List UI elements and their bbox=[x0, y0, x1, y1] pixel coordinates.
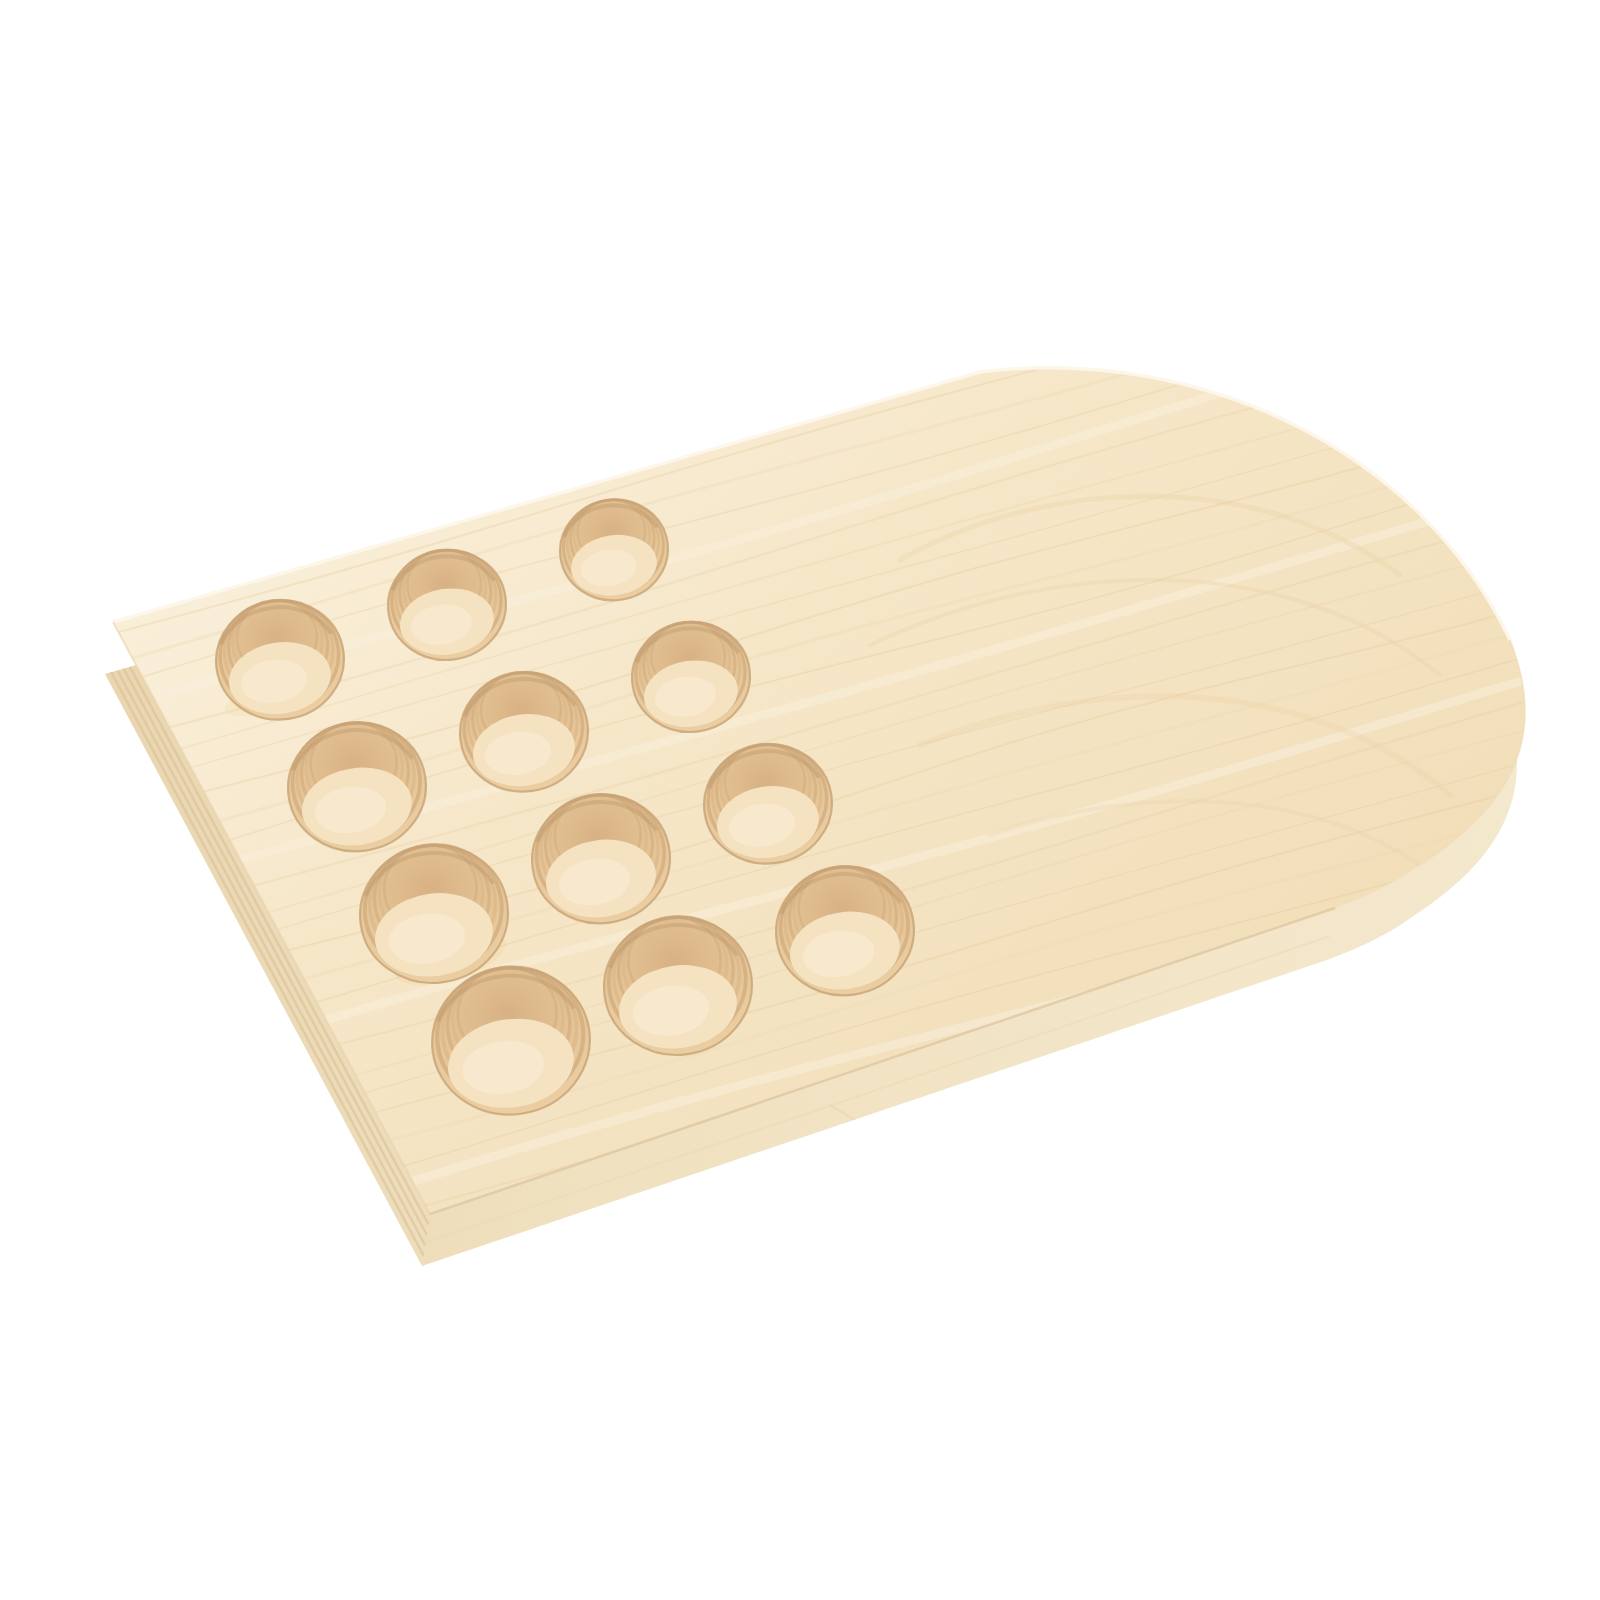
photo-canvas bbox=[0, 0, 1600, 1600]
product-photo-board bbox=[0, 0, 1600, 1600]
